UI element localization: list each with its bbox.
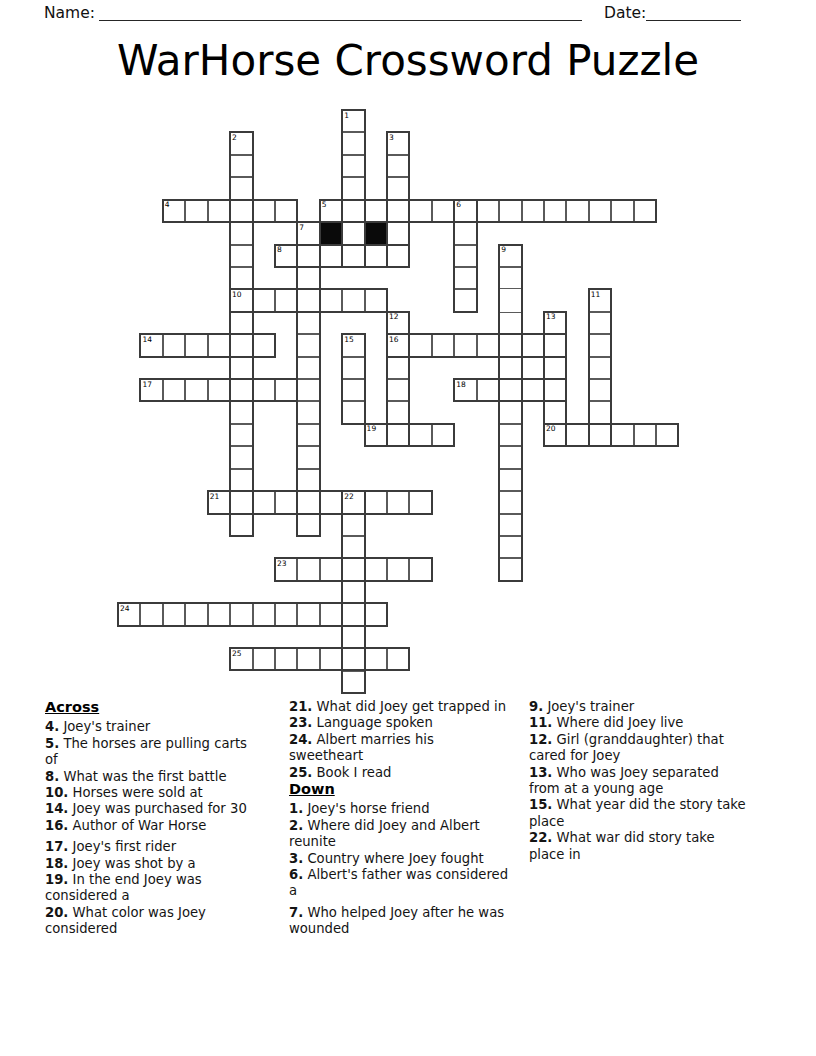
grid-cell[interactable]	[365, 648, 387, 670]
grid-cell[interactable]	[387, 155, 409, 177]
clue-number-2: 2	[232, 134, 237, 142]
grid-cell[interactable]	[365, 491, 387, 513]
grid-cell[interactable]	[634, 424, 656, 446]
grid-cell[interactable]	[589, 401, 611, 423]
grid-cell[interactable]	[432, 424, 454, 446]
black-cell	[365, 222, 387, 244]
grid-cell[interactable]	[230, 491, 252, 513]
name-input-line[interactable]	[99, 20, 582, 21]
grid-cell[interactable]	[342, 514, 364, 536]
clue-number-8: 8	[277, 246, 282, 254]
grid-cell[interactable]	[365, 558, 387, 580]
grid-cell[interactable]	[499, 514, 521, 536]
grid-cell[interactable]	[253, 379, 275, 401]
clue-7-down: 7. Who helped Joey after he was wounded	[289, 905, 511, 938]
grid-cell[interactable]	[185, 379, 207, 401]
grid-cell[interactable]	[163, 379, 185, 401]
grid-cell[interactable]	[387, 491, 409, 513]
clue-number-24: 24	[120, 605, 130, 613]
grid-cell[interactable]	[499, 446, 521, 468]
grid-cell[interactable]	[454, 267, 476, 289]
grid-cell[interactable]	[297, 648, 319, 670]
grid-cell[interactable]	[365, 200, 387, 222]
grid-cell[interactable]	[297, 312, 319, 334]
clue-14-across: 14. Joey was purchased for 30	[45, 801, 263, 817]
clue-number-23: 23	[277, 560, 287, 568]
grid-cell[interactable]	[230, 424, 252, 446]
grid-cell[interactable]	[499, 491, 521, 513]
grid-cell[interactable]	[477, 379, 499, 401]
grid-cell[interactable]	[342, 671, 364, 693]
grid-cell[interactable]	[230, 357, 252, 379]
clue-9-down: 9. Joey's trainer	[529, 699, 749, 715]
clue-number-13: 13	[546, 313, 556, 321]
grid-cell[interactable]	[342, 648, 364, 670]
clue-column-right: 9. Joey's trainer11. Where did Joey live…	[529, 699, 749, 863]
grid-cell[interactable]	[185, 334, 207, 356]
grid-cell[interactable]	[387, 245, 409, 267]
grid-cell[interactable]	[297, 289, 319, 311]
grid-cell[interactable]	[342, 626, 364, 648]
grid-cell[interactable]	[230, 446, 252, 468]
grid-cell[interactable]	[320, 491, 342, 513]
grid-cell[interactable]	[589, 357, 611, 379]
grid-cell[interactable]	[544, 334, 566, 356]
clue-number-12: 12	[389, 313, 399, 321]
clue-5-across: 5. The horses are pulling carts of	[45, 736, 263, 769]
grid-cell[interactable]	[499, 401, 521, 423]
grid-cell[interactable]	[253, 491, 275, 513]
grid-cell[interactable]	[275, 379, 297, 401]
grid-cell[interactable]	[208, 379, 230, 401]
clue-number-16: 16	[389, 336, 399, 344]
grid-cell[interactable]	[342, 581, 364, 603]
grid-cell[interactable]	[230, 267, 252, 289]
grid-cell[interactable]	[320, 648, 342, 670]
clue-number-4: 4	[165, 201, 170, 209]
clue-19-across: 19. In the end Joey was considered a	[45, 872, 263, 905]
grid-cell[interactable]	[342, 379, 364, 401]
grid-cell[interactable]	[342, 536, 364, 558]
clue-22-down: 22. What war did story take place in	[529, 830, 749, 863]
grid-cell[interactable]	[499, 267, 521, 289]
grid-cell[interactable]	[253, 603, 275, 625]
name-label: Name:	[44, 4, 95, 22]
grid-cell[interactable]	[320, 558, 342, 580]
grid-cell[interactable]	[342, 289, 364, 311]
grid-cell[interactable]	[342, 245, 364, 267]
clue-number-15: 15	[344, 336, 354, 344]
grid-cell[interactable]	[589, 334, 611, 356]
grid-cell[interactable]	[387, 379, 409, 401]
grid-cell[interactable]	[544, 200, 566, 222]
grid-cell[interactable]	[454, 289, 476, 311]
clue-number-10: 10	[232, 291, 242, 299]
grid-cell[interactable]	[208, 200, 230, 222]
clue-15-down: 15. What year did the story take place	[529, 797, 749, 830]
grid-cell[interactable]	[297, 334, 319, 356]
clue-3-down: 3. Country where Joey fought	[289, 851, 511, 867]
grid-cell[interactable]	[499, 536, 521, 558]
clue-number-21: 21	[210, 493, 220, 501]
grid-cell[interactable]	[566, 424, 588, 446]
grid-cell[interactable]	[253, 334, 275, 356]
grid-cell[interactable]	[499, 379, 521, 401]
clue-13-down: 13. Who was Joey separated from at a you…	[529, 765, 749, 798]
grid-cell[interactable]	[387, 200, 409, 222]
grid-cell[interactable]	[342, 177, 364, 199]
grid-cell[interactable]	[611, 200, 633, 222]
grid-cell[interactable]	[589, 379, 611, 401]
grid-cell[interactable]	[320, 289, 342, 311]
grid-cell[interactable]	[387, 357, 409, 379]
clue-number-11: 11	[591, 291, 601, 299]
grid-cell[interactable]	[432, 334, 454, 356]
clue-number-18: 18	[456, 381, 466, 389]
grid-cell[interactable]	[297, 424, 319, 446]
grid-cell[interactable]	[275, 491, 297, 513]
grid-cell[interactable]	[656, 424, 678, 446]
grid-cell[interactable]	[320, 603, 342, 625]
grid-cell[interactable]	[230, 177, 252, 199]
clue-6-down: 6. Albert's father was considered a	[289, 867, 511, 900]
grid-cell[interactable]	[342, 603, 364, 625]
grid-cell[interactable]	[297, 245, 319, 267]
grid-cell[interactable]	[342, 357, 364, 379]
grid-cell[interactable]	[163, 334, 185, 356]
date-input-line[interactable]	[646, 20, 741, 21]
grid-cell[interactable]	[230, 245, 252, 267]
grid-cell[interactable]	[409, 424, 431, 446]
grid-cell[interactable]	[365, 603, 387, 625]
clue-4-across: 4. Joey's trainer	[45, 719, 263, 735]
grid-cell[interactable]	[342, 132, 364, 154]
grid-cell[interactable]	[230, 401, 252, 423]
grid-cell[interactable]	[297, 514, 319, 536]
grid-cell[interactable]	[365, 245, 387, 267]
grid-cell[interactable]	[230, 603, 252, 625]
grid-cell[interactable]	[522, 379, 544, 401]
clue-number-17: 17	[142, 381, 152, 389]
grid-cell[interactable]	[589, 424, 611, 446]
clue-number-5: 5	[322, 201, 327, 209]
clue-2-down: 2. Where did Joey and Albert reunite	[289, 818, 511, 851]
grid-cell[interactable]	[342, 222, 364, 244]
clue-number-25: 25	[232, 650, 242, 658]
down-heading: Down	[289, 781, 511, 797]
clue-10-across: 10. Horses were sold at	[45, 785, 263, 801]
grid-cell[interactable]	[611, 424, 633, 446]
grid-cell[interactable]	[297, 401, 319, 423]
grid-cell[interactable]	[544, 357, 566, 379]
grid-cell[interactable]	[253, 289, 275, 311]
clue-number-14: 14	[142, 336, 152, 344]
grid-cell[interactable]	[499, 558, 521, 580]
grid-cell[interactable]	[409, 491, 431, 513]
grid-cell[interactable]	[589, 200, 611, 222]
grid-cell[interactable]	[342, 558, 364, 580]
clue-number-7: 7	[299, 224, 304, 232]
grid-cell[interactable]	[387, 177, 409, 199]
clue-21-across: 21. What did Joey get trapped in	[289, 699, 511, 715]
grid-cell[interactable]	[297, 379, 319, 401]
grid-cell[interactable]	[230, 334, 252, 356]
grid-cell[interactable]	[409, 334, 431, 356]
worksheet-page: { "game": "crossword", "title": "WarHors…	[0, 0, 816, 1056]
grid-cell[interactable]	[230, 469, 252, 491]
across-heading: Across	[45, 699, 263, 715]
grid-cell[interactable]	[477, 200, 499, 222]
grid-cell[interactable]	[634, 200, 656, 222]
grid-cell[interactable]	[185, 200, 207, 222]
grid-cell[interactable]	[454, 222, 476, 244]
grid-cell[interactable]	[230, 155, 252, 177]
clue-18-across: 18. Joey was shot by a	[45, 856, 263, 872]
grid-cell[interactable]	[230, 312, 252, 334]
clue-number-19: 19	[367, 425, 377, 433]
grid-cell[interactable]	[297, 469, 319, 491]
grid-cell[interactable]	[297, 558, 319, 580]
grid-cell[interactable]	[499, 334, 521, 356]
grid-cell[interactable]	[208, 334, 230, 356]
grid-cell[interactable]	[297, 603, 319, 625]
clue-8-across: 8. What was the first battle	[45, 769, 263, 785]
clue-25-across: 25. Book I read	[289, 765, 511, 781]
clue-number-6: 6	[456, 201, 461, 209]
grid-cell[interactable]	[342, 200, 364, 222]
grid-cell[interactable]	[387, 424, 409, 446]
grid-cell[interactable]	[253, 200, 275, 222]
grid-cell[interactable]	[297, 491, 319, 513]
grid-cell[interactable]	[454, 334, 476, 356]
clue-24-across: 24. Albert marries his sweetheart	[289, 732, 511, 765]
grid-cell[interactable]	[230, 379, 252, 401]
grid-cell[interactable]	[275, 648, 297, 670]
grid-cell[interactable]	[230, 200, 252, 222]
grid-cell[interactable]	[253, 648, 275, 670]
grid-cell[interactable]	[365, 289, 387, 311]
grid-cell[interactable]	[208, 603, 230, 625]
grid-cell[interactable]	[230, 514, 252, 536]
grid-cell[interactable]	[275, 289, 297, 311]
grid-cell[interactable]	[387, 558, 409, 580]
grid-cell[interactable]	[163, 603, 185, 625]
grid-cell[interactable]	[297, 446, 319, 468]
date-label: Date:	[604, 4, 646, 22]
clue-column-left: Across4. Joey's trainer5. The horses are…	[45, 699, 263, 938]
grid-cell[interactable]	[499, 424, 521, 446]
clue-1-down: 1. Joey's horse friend	[289, 801, 511, 817]
grid-cell[interactable]	[409, 558, 431, 580]
grid-cell[interactable]	[522, 200, 544, 222]
grid-cell[interactable]	[499, 200, 521, 222]
grid-cell[interactable]	[140, 603, 162, 625]
grid-cell[interactable]	[544, 401, 566, 423]
grid-cell[interactable]	[387, 648, 409, 670]
page-title: WarHorse Crossword Puzzle	[0, 36, 816, 85]
grid-cell[interactable]	[499, 357, 521, 379]
grid-cell[interactable]	[499, 312, 521, 334]
grid-cell[interactable]	[522, 334, 544, 356]
clue-number-20: 20	[546, 425, 556, 433]
grid-cell[interactable]	[544, 379, 566, 401]
grid-cell[interactable]	[477, 334, 499, 356]
grid-cell[interactable]	[342, 155, 364, 177]
clue-number-1: 1	[344, 112, 349, 120]
clue-column-middle: 21. What did Joey get trapped in23. Lang…	[289, 699, 511, 938]
grid-cell[interactable]	[432, 200, 454, 222]
grid-cell[interactable]	[454, 245, 476, 267]
grid-cell[interactable]	[230, 222, 252, 244]
clue-16-across: 16. Author of War Horse	[45, 818, 263, 834]
grid-cell[interactable]	[297, 357, 319, 379]
grid-cell[interactable]	[409, 200, 431, 222]
grid-cell[interactable]	[566, 200, 588, 222]
grid-cell[interactable]	[275, 200, 297, 222]
clue-number-22: 22	[344, 493, 354, 501]
grid-cell[interactable]	[342, 401, 364, 423]
crossword-grid: 1234567891011121314151617181920212223242…	[118, 110, 679, 693]
grid-cell[interactable]	[387, 401, 409, 423]
clue-11-down: 11. Where did Joey live	[529, 715, 749, 731]
grid-cell[interactable]	[589, 312, 611, 334]
grid-cell[interactable]	[387, 222, 409, 244]
grid-cell[interactable]	[275, 603, 297, 625]
clue-20-across: 20. What color was Joey considered	[45, 905, 263, 938]
clue-17-across: 17. Joey's first rider	[45, 839, 263, 855]
grid-cell[interactable]	[185, 603, 207, 625]
black-cell	[320, 222, 342, 244]
clue-23-across: 23. Language spoken	[289, 715, 511, 731]
grid-cell[interactable]	[320, 245, 342, 267]
clue-number-9: 9	[501, 246, 506, 254]
grid-cell[interactable]	[499, 469, 521, 491]
clue-12-down: 12. Girl (granddaughter) that cared for …	[529, 732, 749, 765]
clue-number-3: 3	[389, 134, 394, 142]
grid-cell[interactable]	[297, 267, 319, 289]
